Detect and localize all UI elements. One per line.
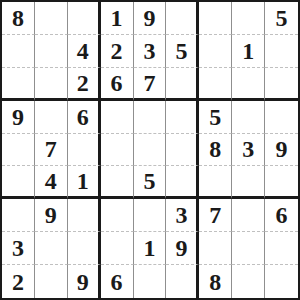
given-digit: 5 [143, 169, 155, 193]
cell-r6c4[interactable] [101, 166, 134, 199]
given-digit: 8 [12, 6, 24, 30]
given-digit: 8 [209, 137, 221, 161]
given-digit: 1 [111, 6, 123, 30]
cell-r9c6[interactable] [166, 265, 199, 298]
cell-r9c5[interactable] [134, 265, 167, 298]
given-digit: 1 [143, 236, 155, 260]
cell-r3c6[interactable] [166, 68, 199, 101]
cell-r5c4[interactable] [101, 134, 134, 167]
cell-r2c8[interactable]: 1 [232, 35, 265, 68]
given-digit: 4 [77, 39, 89, 63]
cell-r1c6[interactable] [166, 2, 199, 35]
given-digit: 3 [242, 137, 254, 161]
cell-r2c1[interactable] [2, 35, 35, 68]
cell-r4c1[interactable]: 9 [2, 101, 35, 134]
given-digit: 3 [175, 203, 187, 227]
cell-r8c7[interactable] [199, 232, 232, 265]
cell-r2c7[interactable] [199, 35, 232, 68]
cell-r6c2[interactable]: 4 [35, 166, 68, 199]
cell-r2c4[interactable]: 2 [101, 35, 134, 68]
cell-r7c5[interactable] [134, 199, 167, 232]
cell-r1c3[interactable] [68, 2, 101, 35]
cell-r9c4[interactable]: 6 [101, 265, 134, 298]
cell-r3c7[interactable] [199, 68, 232, 101]
cell-r5c5[interactable] [134, 134, 167, 167]
cell-r1c8[interactable] [232, 2, 265, 35]
cell-r1c7[interactable] [199, 2, 232, 35]
given-digit: 7 [45, 137, 57, 161]
cell-r4c4[interactable] [101, 101, 134, 134]
given-digit: 5 [175, 39, 187, 63]
cell-r9c9[interactable] [265, 265, 298, 298]
cell-r2c5[interactable]: 3 [134, 35, 167, 68]
cell-r6c8[interactable] [232, 166, 265, 199]
cell-r2c6[interactable]: 5 [166, 35, 199, 68]
given-digit: 6 [111, 71, 123, 95]
cell-r7c3[interactable] [68, 199, 101, 232]
cell-r1c9[interactable]: 5 [265, 2, 298, 35]
cell-r8c2[interactable] [35, 232, 68, 265]
given-digit: 9 [143, 6, 155, 30]
cell-r5c3[interactable] [68, 134, 101, 167]
cell-r8c5[interactable]: 1 [134, 232, 167, 265]
cell-r2c9[interactable] [265, 35, 298, 68]
cell-r4c6[interactable] [166, 101, 199, 134]
cell-r9c1[interactable]: 2 [2, 265, 35, 298]
cell-r7c9[interactable]: 6 [265, 199, 298, 232]
cell-r7c6[interactable]: 3 [166, 199, 199, 232]
cell-r9c3[interactable]: 9 [68, 265, 101, 298]
cell-r4c5[interactable] [134, 101, 167, 134]
cell-r3c9[interactable] [265, 68, 298, 101]
cell-r6c7[interactable] [199, 166, 232, 199]
cell-r1c2[interactable] [35, 2, 68, 35]
cell-r9c2[interactable] [35, 265, 68, 298]
cell-r5c6[interactable] [166, 134, 199, 167]
cell-r1c5[interactable]: 9 [134, 2, 167, 35]
given-digit: 9 [276, 137, 288, 161]
given-digit: 5 [209, 105, 221, 129]
cell-r8c6[interactable]: 9 [166, 232, 199, 265]
cell-r5c2[interactable]: 7 [35, 134, 68, 167]
given-digit: 3 [12, 236, 24, 260]
cell-r2c3[interactable]: 4 [68, 35, 101, 68]
cell-r5c1[interactable] [2, 134, 35, 167]
cell-r6c5[interactable]: 5 [134, 166, 167, 199]
cell-r3c2[interactable] [35, 68, 68, 101]
given-digit: 6 [276, 203, 288, 227]
given-digit: 8 [209, 270, 221, 294]
cell-r7c8[interactable] [232, 199, 265, 232]
cell-r3c4[interactable]: 6 [101, 68, 134, 101]
given-digit: 4 [45, 169, 57, 193]
cell-r5c9[interactable]: 9 [265, 134, 298, 167]
cell-r4c2[interactable] [35, 101, 68, 134]
cell-r6c1[interactable] [2, 166, 35, 199]
cell-r4c3[interactable]: 6 [68, 101, 101, 134]
given-digit: 6 [111, 270, 123, 294]
cell-r1c4[interactable]: 1 [101, 2, 134, 35]
cell-r7c1[interactable] [2, 199, 35, 232]
cell-r5c7[interactable]: 8 [199, 134, 232, 167]
cell-r3c8[interactable] [232, 68, 265, 101]
given-digit: 7 [143, 71, 155, 95]
given-digit: 2 [111, 39, 123, 63]
cell-r7c2[interactable]: 9 [35, 199, 68, 232]
cell-r4c7[interactable]: 5 [199, 101, 232, 134]
cell-r2c2[interactable] [35, 35, 68, 68]
cell-r9c8[interactable] [232, 265, 265, 298]
given-digit: 2 [12, 270, 24, 294]
cell-r8c9[interactable] [265, 232, 298, 265]
cell-r5c8[interactable]: 3 [232, 134, 265, 167]
cell-r6c9[interactable] [265, 166, 298, 199]
sudoku-app: 819542351267965783941593763192968 [0, 0, 300, 300]
cell-r6c3[interactable]: 1 [68, 166, 101, 199]
given-digit: 5 [276, 6, 288, 30]
given-digit: 9 [12, 105, 24, 129]
cell-r6c6[interactable] [166, 166, 199, 199]
given-digit: 7 [209, 203, 221, 227]
cell-r3c5[interactable]: 7 [134, 68, 167, 101]
cell-r1c1[interactable]: 8 [2, 2, 35, 35]
cell-r4c9[interactable] [265, 101, 298, 134]
cell-r9c7[interactable]: 8 [199, 265, 232, 298]
given-digit: 2 [77, 71, 89, 95]
cell-r8c4[interactable] [101, 232, 134, 265]
cell-r7c7[interactable]: 7 [199, 199, 232, 232]
given-digit: 9 [175, 236, 187, 260]
given-digit: 6 [77, 105, 89, 129]
given-digit: 9 [77, 270, 89, 294]
cell-r8c3[interactable] [68, 232, 101, 265]
given-digit: 1 [242, 39, 254, 63]
given-digit: 1 [77, 169, 89, 193]
cell-r7c4[interactable] [101, 199, 134, 232]
given-digit: 9 [45, 203, 57, 227]
sudoku-board: 819542351267965783941593763192968 [0, 0, 300, 300]
cell-r3c1[interactable] [2, 68, 35, 101]
cell-r8c8[interactable] [232, 232, 265, 265]
cell-r8c1[interactable]: 3 [2, 232, 35, 265]
given-digit: 3 [143, 39, 155, 63]
cell-r3c3[interactable]: 2 [68, 68, 101, 101]
cell-r4c8[interactable] [232, 101, 265, 134]
